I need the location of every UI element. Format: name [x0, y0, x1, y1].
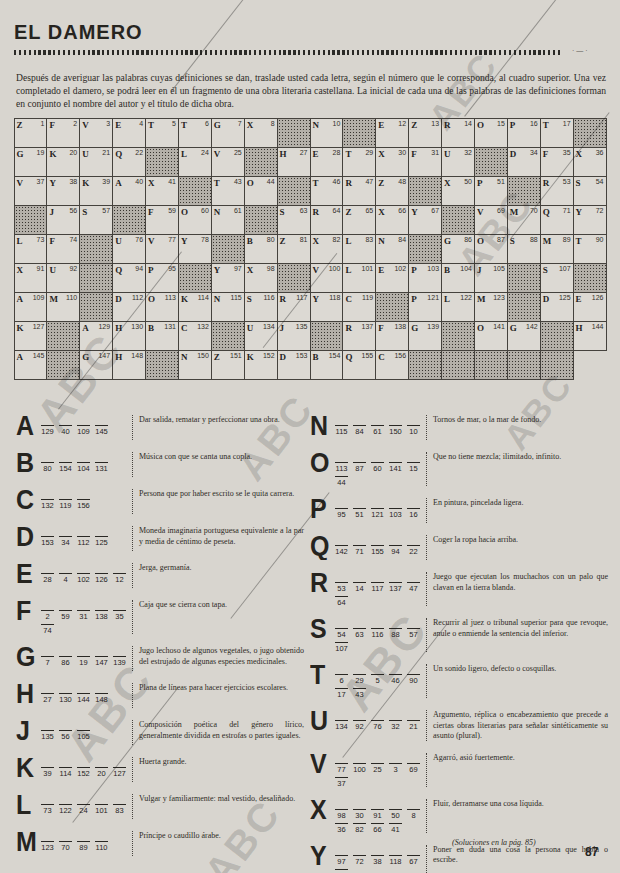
grid-cell: B104: [441, 263, 475, 293]
cell-number: 16: [530, 120, 538, 127]
grid-cell: E4: [112, 118, 146, 148]
blank-number: 4: [59, 573, 72, 584]
cell-letter: M: [510, 207, 519, 217]
cell-number: 8: [271, 120, 275, 127]
cell-number: 90: [596, 236, 604, 243]
cell-number: 150: [197, 352, 209, 359]
def-brace: [426, 664, 427, 698]
cell-letter: P: [148, 265, 154, 275]
grid-cell: [342, 118, 376, 148]
blank-number: 72: [353, 855, 366, 866]
def-brace: [426, 452, 427, 486]
def-letter: R: [310, 571, 335, 594]
cell-number: 30: [398, 149, 406, 156]
cell-number: 145: [33, 352, 45, 359]
blank-number: 54: [335, 628, 348, 639]
grid-cell: R137: [342, 321, 376, 351]
def-brace: [426, 572, 427, 606]
grid-cell: [244, 147, 278, 177]
grid-cell: F59: [145, 205, 179, 235]
def-letter: Y: [310, 844, 335, 867]
blank-number: 150: [389, 425, 402, 436]
def-text: Agarró, asió fuertemente.: [433, 753, 608, 764]
cell-letter: Q: [115, 265, 122, 275]
cell-number: 123: [493, 294, 505, 301]
cell-letter: Q: [115, 149, 122, 159]
blank-number: 19: [77, 656, 90, 667]
grid-cell: [540, 321, 574, 351]
grid-cell: [79, 234, 113, 264]
grid-cell: T17: [540, 118, 574, 148]
cell-number: 29: [365, 149, 373, 156]
cell-number: 31: [431, 149, 439, 156]
blank-number: 118: [389, 855, 402, 866]
cell-number: 15: [497, 120, 505, 127]
blank-number: 40: [59, 425, 72, 436]
cell-number: 46: [333, 178, 341, 185]
grid-cell: L122: [441, 292, 475, 322]
def-text: Juego que ejecutan los muchachos con un …: [433, 572, 608, 593]
cell-number: 117: [296, 294, 307, 301]
grid-cell: F35: [540, 147, 574, 177]
grid-cell: F138: [375, 321, 409, 351]
definition-Y: Y9772381186778Poner en duda una cosa la …: [310, 844, 608, 873]
cell-number: 92: [69, 265, 77, 272]
grid-cell: [441, 205, 475, 235]
cell-letter: V: [82, 120, 89, 130]
blank-number: 61: [371, 425, 384, 436]
grid-cell: X98: [244, 263, 278, 293]
definition-D: D15334112125Moneda imaginaria portuguesa…: [16, 525, 304, 552]
cell-letter: D: [280, 352, 287, 362]
grid-cell: S63: [277, 205, 311, 235]
grid-cell: U92: [46, 263, 80, 293]
grid-cell: O60: [178, 205, 212, 235]
cell-letter: Z: [280, 236, 286, 246]
cell-number: 12: [398, 120, 406, 127]
cell-number: 24: [201, 149, 209, 156]
cell-number: 139: [427, 323, 439, 330]
cell-letter: N: [378, 236, 385, 246]
blank-number: 38: [371, 855, 384, 866]
blank-number: 155: [371, 545, 384, 556]
cell-letter: M: [477, 294, 486, 304]
def-brace: [132, 646, 133, 671]
def-letter: M: [16, 830, 41, 853]
cell-number: 53: [563, 178, 571, 185]
cell-number: 34: [530, 149, 538, 156]
blank-number: 77: [335, 763, 348, 774]
definition-U: U13492763221Argumento, réplica o encabez…: [310, 709, 608, 742]
definition-H: H27130144148Plana de líneas para hacer e…: [16, 682, 304, 709]
def-text: Caja que se cierra con tapa.: [139, 600, 304, 611]
def-text: En pintura, pincelada ligera.: [433, 498, 608, 509]
cell-number: 107: [559, 265, 571, 272]
cell-number: 84: [398, 236, 406, 243]
cell-number: 83: [365, 236, 373, 243]
cell-number: 71: [563, 207, 571, 214]
cell-letter: H: [115, 352, 122, 362]
grid-cell: T90: [573, 234, 607, 264]
def-text: Tornos de mar, o la mar de fondo.: [433, 415, 608, 426]
cell-number: 39: [102, 178, 110, 185]
grid-cell: E102: [375, 263, 409, 293]
blank-number: 97: [335, 855, 348, 866]
grid-cell: X41: [145, 176, 179, 206]
def-text: Vulgar y familiarmente: mal vestido, des…: [139, 794, 304, 805]
def-letter: V: [310, 752, 335, 775]
cell-letter: N: [313, 120, 320, 130]
grid-cell: V100: [310, 263, 344, 293]
cell-number: 48: [398, 178, 406, 185]
blank-number: 87: [353, 462, 366, 473]
cell-number: 17: [563, 120, 571, 127]
cell-letter: L: [444, 294, 450, 304]
cell-number: 59: [168, 207, 176, 214]
def-brace: [132, 683, 133, 708]
blank-number: 117: [371, 582, 384, 593]
def-text: Jugo lechoso de algunos vegetales, o jug…: [139, 646, 304, 667]
cell-number: 38: [69, 178, 77, 185]
grid-cell: U32: [441, 147, 475, 177]
cell-letter: L: [345, 236, 351, 246]
cell-letter: E: [313, 149, 319, 159]
blank-number: 2: [41, 610, 54, 621]
cell-number: 41: [168, 178, 176, 185]
cell-letter: R: [444, 120, 451, 130]
cell-number: 153: [296, 352, 308, 359]
grid-cell: A109: [14, 292, 48, 322]
def-letter: N: [310, 414, 335, 437]
grid-cell: O15: [474, 118, 508, 148]
grid-cell: [507, 350, 541, 380]
blank-number: 17: [335, 688, 348, 699]
def-brace: [132, 831, 133, 856]
blank-number: 113: [335, 462, 348, 473]
cell-letter: R: [543, 178, 550, 188]
cell-letter: T: [543, 120, 549, 130]
grid-cell: B154: [310, 350, 344, 380]
grid-cell: Z151: [211, 350, 245, 380]
cell-letter: Y: [181, 236, 188, 246]
grid-cell: Y78: [178, 234, 212, 264]
cell-letter: M: [543, 236, 552, 246]
cell-letter: Y: [576, 207, 583, 217]
blank-number: 135: [41, 730, 54, 741]
cell-number: 104: [460, 265, 472, 272]
grid-cell: [46, 321, 80, 351]
blank-number: 132: [41, 499, 54, 510]
grid-cell: Q71: [540, 205, 574, 235]
cell-number: 35: [563, 149, 571, 156]
definition-S: S54631168857107Recurrir al juez o tribun…: [310, 617, 608, 653]
def-letter: J: [16, 719, 41, 742]
blank-number: 30: [353, 809, 366, 820]
cell-letter: A: [17, 294, 24, 304]
cell-number: 70: [530, 207, 538, 214]
cell-letter: Z: [345, 207, 351, 217]
blank-number: 154: [59, 462, 72, 473]
blank-number: 32: [389, 720, 402, 731]
dotted-rule: [14, 50, 562, 55]
def-text: Huerta grande.: [139, 757, 304, 768]
cell-letter: R: [313, 207, 320, 217]
cell-number: 69: [497, 207, 505, 214]
cell-number: 36: [596, 149, 604, 156]
def-answer-blanks: 955112110316: [335, 508, 423, 519]
grid-cell: [14, 205, 48, 235]
grid-cell: R53: [540, 176, 574, 206]
grid-cell: X50: [441, 176, 475, 206]
blank-number: 92: [353, 720, 366, 731]
cell-letter: S: [510, 236, 515, 246]
blank-number: 60: [371, 462, 384, 473]
cell-number: 98: [267, 265, 275, 272]
cell-number: 112: [132, 294, 143, 301]
cell-letter: U: [82, 149, 89, 159]
definition-A: A12940109145Dar salida, rematar y perfec…: [16, 414, 304, 441]
def-text: Composición poética del género lírico, g…: [139, 720, 304, 741]
blank-number: 71: [353, 545, 366, 556]
blank-number: 101: [95, 804, 108, 815]
cell-number: 134: [263, 323, 275, 330]
blank-number: 153: [41, 536, 54, 547]
cell-number: 20: [69, 149, 77, 156]
grid-cell: [211, 321, 245, 351]
cell-letter: D: [115, 294, 122, 304]
grid-cell: C119: [342, 292, 376, 322]
def-letter: B: [16, 451, 41, 474]
cell-number: 81: [300, 236, 308, 243]
blank-number: 5: [371, 674, 384, 685]
cell-letter: K: [17, 323, 24, 333]
def-brace: [132, 415, 133, 440]
def-text: Argumento, réplica o encabezamiento que …: [433, 710, 608, 742]
def-text: Moneda imaginaria portuguesa equivalente…: [139, 526, 304, 547]
blank-number: 31: [77, 610, 90, 621]
grid-cell: G139: [408, 321, 442, 351]
page-title: EL DAMERO: [14, 20, 143, 44]
cell-letter: X: [444, 178, 451, 188]
blank-number: 98: [335, 809, 348, 820]
grid-cell: M110: [46, 292, 80, 322]
cell-letter: S: [576, 178, 581, 188]
grid-cell: S107: [540, 263, 574, 293]
blank-number: 20: [95, 767, 108, 778]
cell-number: 142: [526, 323, 538, 330]
cell-letter: E: [576, 294, 582, 304]
cell-letter: T: [214, 178, 220, 188]
def-brace: [426, 415, 427, 440]
definition-R: R53141171374764Juego que ejecutan los mu…: [310, 571, 608, 607]
cell-letter: F: [543, 149, 549, 159]
grid-cell: X36: [573, 147, 607, 177]
cell-number: 40: [135, 178, 143, 185]
cell-number: 76: [135, 236, 143, 243]
grid-cell: U21: [79, 147, 113, 177]
cell-letter: Z: [214, 352, 220, 362]
def-letter: C: [16, 488, 41, 511]
cell-number: 64: [333, 207, 341, 214]
grid-cell: N150: [178, 350, 212, 380]
def-letter: F: [16, 599, 41, 622]
blank-number: 78: [335, 869, 348, 873]
def-text: Recurrir al juez o tribunal superior par…: [433, 618, 608, 639]
cell-letter: F: [378, 323, 384, 333]
definition-V: V771002536937Agarró, asió fuertemente.: [310, 752, 608, 788]
blank-number: 63: [353, 628, 366, 639]
def-letter: A: [16, 414, 41, 437]
grid-cell: M123: [474, 292, 508, 322]
def-text: Príncipe o caudillo árabe.: [139, 831, 304, 842]
def-brace: [426, 618, 427, 652]
cell-letter: D: [510, 149, 517, 159]
grid-cell: [178, 263, 212, 293]
grid-cell: M89: [540, 234, 574, 264]
cell-letter: L: [345, 265, 351, 275]
grid-cell: [277, 118, 311, 148]
blank-number: 112: [77, 536, 90, 547]
grid-cell: E126: [573, 292, 607, 322]
blank-number: 7: [41, 656, 54, 667]
grid-cell: F31: [408, 147, 442, 177]
grid-cell: [145, 350, 179, 380]
cell-number: 25: [234, 149, 242, 156]
blank-number: 21: [407, 720, 420, 731]
blank-number: 47: [407, 582, 420, 593]
blank-number: 100: [353, 763, 366, 774]
def-text: Poner en duda una cosa la persona que ha…: [433, 845, 608, 866]
def-answer-blanks: 28410212612: [41, 573, 129, 584]
blank-number: 70: [59, 841, 72, 852]
blank-number: 141: [389, 462, 402, 473]
blank-number: 152: [77, 767, 90, 778]
cell-letter: N: [214, 294, 221, 304]
cell-number: 80: [267, 236, 275, 243]
cell-number: 1: [40, 120, 44, 127]
cell-number: 94: [135, 265, 143, 272]
grid-cell: G7: [211, 118, 245, 148]
grid-cell: Z65: [342, 205, 376, 235]
cell-letter: X: [378, 207, 385, 217]
cell-letter: C: [378, 352, 385, 362]
cell-letter: S: [82, 207, 87, 217]
blank-number: 27: [41, 693, 54, 704]
cell-letter: G: [510, 323, 517, 333]
cell-letter: X: [576, 149, 583, 159]
cell-letter: V: [477, 207, 484, 217]
cell-letter: M: [49, 294, 58, 304]
grid-cell: V3: [79, 118, 113, 148]
grid-cell: G142: [507, 321, 541, 351]
grid-cell: V69: [474, 205, 508, 235]
cell-number: 97: [234, 265, 242, 272]
cell-number: 138: [394, 323, 406, 330]
blank-number: 82: [353, 823, 366, 834]
cell-number: 82: [333, 236, 341, 243]
cell-number: 2: [73, 120, 77, 127]
cell-letter: S: [543, 265, 548, 275]
blank-number: 110: [95, 841, 108, 852]
grid-cell: [408, 234, 442, 264]
blank-number: 8: [407, 809, 420, 820]
cell-letter: R: [280, 294, 287, 304]
cell-letter: J: [280, 323, 285, 333]
blank-number: 36: [335, 823, 348, 834]
grid-cell: H144: [573, 321, 607, 351]
cell-number: 154: [329, 352, 341, 359]
cell-letter: Y: [411, 207, 418, 217]
def-letter: G: [16, 645, 41, 668]
definition-C: C132119156Persona que por haber escrito …: [16, 488, 304, 515]
grid-cell: D153: [277, 350, 311, 380]
def-letter: P: [310, 497, 335, 520]
grid-cell: S57: [79, 205, 113, 235]
cell-letter: U: [49, 265, 56, 275]
blank-number: 24: [77, 804, 90, 815]
blank-number: 10: [407, 425, 420, 436]
cell-number: 113: [165, 294, 176, 301]
blank-number: 109: [77, 425, 90, 436]
cell-number: 54: [596, 178, 604, 185]
grid-cell: A40: [112, 176, 146, 206]
def-answer-blanks: 9772381186778: [335, 855, 423, 873]
grid-cell: Y38: [46, 176, 80, 206]
def-brace: [426, 799, 427, 833]
blank-number: 64: [335, 596, 348, 607]
blank-number: 88: [389, 628, 402, 639]
cell-number: 127: [33, 323, 45, 330]
cell-letter: J: [49, 207, 54, 217]
definition-E: E28410212612Jerga, germanía.: [16, 562, 304, 589]
blank-number: 39: [41, 767, 54, 778]
cell-number: 22: [135, 149, 143, 156]
def-brace: [132, 720, 133, 745]
cell-letter: R: [345, 178, 352, 188]
rule-meta: · — ·: [572, 47, 588, 54]
def-text: Plana de líneas para hacer ejercicios es…: [139, 683, 304, 694]
cell-number: 51: [497, 178, 505, 185]
cell-letter: K: [49, 149, 56, 159]
blank-number: 86: [59, 656, 72, 667]
blank-number: 14: [353, 582, 366, 593]
def-answer-blanks: 80154104131: [41, 462, 129, 473]
cell-letter: G: [82, 352, 89, 362]
cell-number: 87: [497, 236, 505, 243]
cell-letter: K: [82, 178, 89, 188]
grid-cell: N10: [310, 118, 344, 148]
cell-letter: B: [148, 323, 154, 333]
cell-number: 72: [596, 207, 604, 214]
cell-letter: O: [477, 323, 484, 333]
grid-cell: [573, 350, 607, 380]
solutions-note: (Soluciones en la pág. 85): [452, 838, 536, 847]
cell-letter: P: [477, 178, 483, 188]
grid-cell: O87: [474, 234, 508, 264]
grid-cell: K114: [178, 292, 212, 322]
grid-cell: K39: [79, 176, 113, 206]
blank-number: 41: [389, 823, 402, 834]
grid-cell: [507, 176, 541, 206]
cell-letter: E: [378, 120, 384, 130]
def-answer-blanks: 115846115010: [335, 425, 423, 436]
def-brace: [426, 845, 427, 873]
cell-number: 126: [592, 294, 604, 301]
cell-letter: P: [510, 120, 516, 130]
grid-cell: U76: [112, 234, 146, 264]
cell-number: 151: [230, 352, 242, 359]
def-answer-blanks: 771002536937: [335, 763, 423, 788]
